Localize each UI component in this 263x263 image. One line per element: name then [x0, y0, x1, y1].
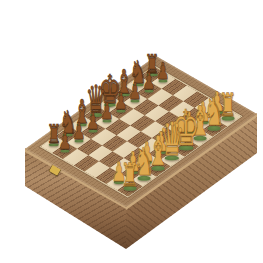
- piece-black-pawn-h7[interactable]: ♟: [157, 60, 170, 83]
- piece-black-pawn-g7[interactable]: ♟: [143, 70, 156, 93]
- piece-black-pawn-f7[interactable]: ♟: [128, 80, 141, 103]
- pieces-layer: ♜♞♝♛♚♝♞♜♟♟♟♟♟♟♟♟♟♟♟♟♟♟♟♟♜♞♝♛♚♝♞♜: [0, 0, 263, 263]
- piece-white-rook-a1[interactable]: ♜: [121, 159, 139, 191]
- piece-black-pawn-d7[interactable]: ♟: [100, 100, 113, 123]
- piece-black-pawn-b7[interactable]: ♟: [72, 120, 85, 143]
- piece-black-pawn-a7[interactable]: ♟: [58, 130, 71, 153]
- piece-black-pawn-e7[interactable]: ♟: [114, 90, 127, 113]
- chess-set-product-photo: ♜♞♝♛♚♝♞♜♟♟♟♟♟♟♟♟♟♟♟♟♟♟♟♟♜♞♝♛♚♝♞♜: [0, 0, 263, 263]
- piece-black-pawn-c7[interactable]: ♟: [86, 110, 99, 133]
